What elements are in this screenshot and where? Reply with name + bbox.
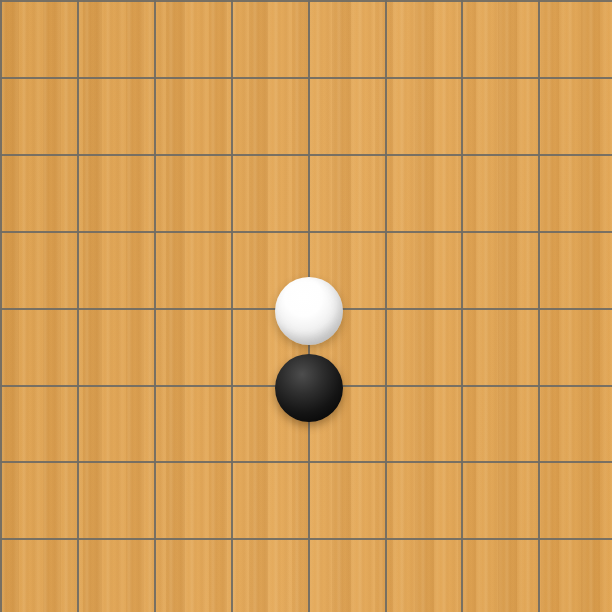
board-point-F5[interactable] (367, 290, 405, 328)
board-point-B6[interactable] (59, 213, 97, 251)
board-point-G4[interactable] (443, 367, 481, 405)
board-point-G9[interactable] (443, 0, 481, 20)
board-point-D8[interactable] (213, 59, 251, 97)
board-point-D3[interactable] (213, 443, 251, 481)
board-point-B7[interactable] (59, 136, 97, 174)
board-point-J6[interactable] (597, 213, 612, 251)
board-point-F4[interactable] (367, 367, 405, 405)
board-point-J7[interactable] (597, 136, 612, 174)
board-point-D7[interactable] (213, 136, 251, 174)
board-point-B8[interactable] (59, 59, 97, 97)
board-point-E1[interactable] (290, 597, 328, 612)
board-point-J5[interactable] (597, 290, 612, 328)
board-point-E6[interactable] (290, 213, 328, 251)
board-point-C3[interactable] (136, 443, 174, 481)
board-point-H3[interactable] (520, 443, 558, 481)
board-point-F2[interactable] (367, 520, 405, 558)
board-point-F1[interactable] (367, 597, 405, 612)
board-point-A1[interactable] (0, 597, 20, 612)
board-point-B3[interactable] (59, 443, 97, 481)
board-point-F8[interactable] (367, 59, 405, 97)
board-point-D6[interactable] (213, 213, 251, 251)
board-point-H1[interactable] (520, 597, 558, 612)
board-point-J4[interactable] (597, 367, 612, 405)
board-point-B5[interactable] (59, 290, 97, 328)
board-point-B2[interactable] (59, 520, 97, 558)
board-point-G6[interactable] (443, 213, 481, 251)
board-point-G5[interactable] (443, 290, 481, 328)
board-point-D9[interactable] (213, 0, 251, 20)
board-point-J8[interactable] (597, 59, 612, 97)
board-point-E3[interactable] (290, 443, 328, 481)
board-point-C9[interactable] (136, 0, 174, 20)
board-point-J2[interactable] (597, 520, 612, 558)
board-point-A3[interactable] (0, 443, 20, 481)
board-point-J9[interactable] (597, 0, 612, 20)
board-point-C5[interactable] (136, 290, 174, 328)
white-stone (275, 277, 343, 345)
board-point-E7[interactable] (290, 136, 328, 174)
board-point-B9[interactable] (59, 0, 97, 20)
board-point-D1[interactable] (213, 597, 251, 612)
board-point-H5[interactable] (520, 290, 558, 328)
board-point-D4[interactable] (213, 367, 251, 405)
board-point-H8[interactable] (520, 59, 558, 97)
board-point-H6[interactable] (520, 213, 558, 251)
board-point-C4[interactable] (136, 367, 174, 405)
board-point-J3[interactable] (597, 443, 612, 481)
board-point-C2[interactable] (136, 520, 174, 558)
board-point-B1[interactable] (59, 597, 97, 612)
board-point-C8[interactable] (136, 59, 174, 97)
board-point-F9[interactable] (367, 0, 405, 20)
board-point-H7[interactable] (520, 136, 558, 174)
board-point-A6[interactable] (0, 213, 20, 251)
board-point-D2[interactable] (213, 520, 251, 558)
board-point-G7[interactable] (443, 136, 481, 174)
board-point-D5[interactable] (213, 290, 251, 328)
board-point-F6[interactable] (367, 213, 405, 251)
black-stone (275, 354, 343, 422)
board-point-F7[interactable] (367, 136, 405, 174)
board-point-G3[interactable] (443, 443, 481, 481)
board-point-C1[interactable] (136, 597, 174, 612)
board-point-J1[interactable] (597, 597, 612, 612)
board-point-F3[interactable] (367, 443, 405, 481)
board-point-B4[interactable] (59, 367, 97, 405)
board-point-G1[interactable] (443, 597, 481, 612)
board-point-E2[interactable] (290, 520, 328, 558)
board-point-E9[interactable] (290, 0, 328, 20)
board-point-E8[interactable] (290, 59, 328, 97)
board-point-H4[interactable] (520, 367, 558, 405)
board-point-C6[interactable] (136, 213, 174, 251)
board-point-H9[interactable] (520, 0, 558, 20)
board-point-G8[interactable] (443, 59, 481, 97)
board-point-C7[interactable] (136, 136, 174, 174)
board-point-H2[interactable] (520, 520, 558, 558)
board-point-A2[interactable] (0, 520, 20, 558)
board-point-A7[interactable] (0, 136, 20, 174)
board-point-A9[interactable] (0, 0, 20, 20)
board-point-A4[interactable] (0, 367, 20, 405)
board-point-A8[interactable] (0, 59, 20, 97)
board-point-G2[interactable] (443, 520, 481, 558)
board-point-A5[interactable] (0, 290, 20, 328)
go-board[interactable] (0, 0, 612, 612)
